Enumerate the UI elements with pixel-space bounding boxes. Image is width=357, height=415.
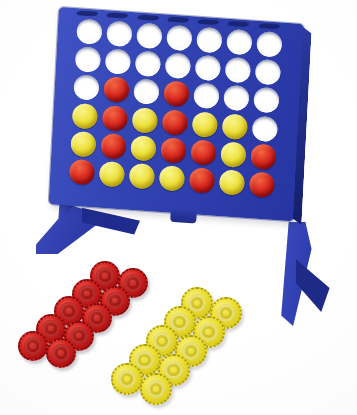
yellow-tray-disc[interactable] bbox=[111, 363, 143, 395]
board-cell-r2-c5-empty[interactable] bbox=[195, 55, 221, 82]
board-cell-r6-c5-red[interactable] bbox=[189, 168, 215, 195]
board-cell-r4-c7-empty[interactable] bbox=[252, 115, 278, 142]
board-cell-r6-c4-yellow[interactable] bbox=[159, 165, 185, 192]
board-cell-r5-c5-red[interactable] bbox=[190, 139, 216, 166]
yellow-tray-disc[interactable] bbox=[140, 373, 172, 405]
board-cell-r5-c2-red[interactable] bbox=[100, 133, 126, 160]
board-cell-r3-c5-empty[interactable] bbox=[193, 83, 219, 110]
board-cell-r1-c5-empty[interactable] bbox=[196, 26, 222, 53]
board-cell-r1-c3-empty[interactable] bbox=[136, 22, 162, 49]
red-disc-center bbox=[70, 327, 87, 344]
red-disc-center bbox=[60, 302, 77, 319]
board-cell-r3-c6-empty[interactable] bbox=[223, 85, 249, 112]
board-cell-r4-c5-yellow[interactable] bbox=[192, 111, 218, 138]
board-bottom-tab bbox=[170, 209, 197, 224]
board-cell-r1-c2-empty[interactable] bbox=[106, 20, 132, 47]
board-cell-r6-c7-red[interactable] bbox=[249, 172, 275, 199]
connect-four-board bbox=[49, 7, 304, 221]
board-cell-r1-c1-empty[interactable] bbox=[76, 18, 102, 45]
board-cell-r2-c4-empty[interactable] bbox=[165, 52, 191, 79]
board-grid bbox=[66, 16, 286, 200]
board-cell-r1-c7-empty[interactable] bbox=[257, 31, 283, 58]
board-cell-r5-c3-yellow[interactable] bbox=[130, 135, 156, 162]
board-cell-r4-c6-yellow[interactable] bbox=[222, 113, 248, 140]
board-cell-r3-c1-empty[interactable] bbox=[73, 74, 99, 101]
red-disc-center bbox=[52, 344, 69, 361]
yellow-disc-center bbox=[147, 380, 166, 399]
board-cell-r4-c1-yellow[interactable] bbox=[71, 103, 97, 130]
board-cell-r5-c4-red[interactable] bbox=[160, 137, 186, 164]
board-cell-r3-c2-red[interactable] bbox=[103, 76, 129, 103]
board-cell-r3-c3-empty[interactable] bbox=[133, 79, 159, 106]
board-cell-r3-c4-red[interactable] bbox=[163, 81, 189, 108]
connect-four-product-photo bbox=[0, 0, 357, 415]
board-cell-r6-c3-yellow[interactable] bbox=[129, 163, 155, 190]
board-cell-r6-c1-red[interactable] bbox=[68, 159, 94, 186]
red-tray-disc[interactable] bbox=[18, 331, 48, 361]
board-cell-r4-c2-red[interactable] bbox=[101, 105, 127, 132]
red-disc-center bbox=[106, 292, 123, 309]
red-disc-center bbox=[124, 274, 141, 291]
red-disc-center bbox=[88, 309, 105, 326]
board-cell-r1-c6-empty[interactable] bbox=[226, 28, 252, 55]
board-cell-r5-c1-yellow[interactable] bbox=[70, 131, 96, 158]
board-cell-r5-c6-yellow[interactable] bbox=[221, 141, 247, 168]
board-cell-r2-c6-empty[interactable] bbox=[225, 57, 251, 84]
board-cell-r2-c2-empty[interactable] bbox=[104, 48, 130, 75]
board-cell-r4-c3-yellow[interactable] bbox=[132, 107, 158, 134]
board-cell-r4-c4-red[interactable] bbox=[162, 109, 188, 136]
board-side-edge bbox=[292, 27, 311, 225]
red-disc-center bbox=[24, 337, 41, 354]
board-cell-r3-c7-empty[interactable] bbox=[254, 87, 280, 114]
board-cell-r2-c1-empty[interactable] bbox=[74, 46, 100, 73]
board-cell-r5-c7-red[interactable] bbox=[251, 143, 277, 170]
yellow-disc-center bbox=[118, 370, 137, 389]
board-cell-r2-c3-empty[interactable] bbox=[135, 50, 161, 77]
board-cell-r1-c4-empty[interactable] bbox=[166, 24, 192, 51]
board-cell-r6-c2-yellow[interactable] bbox=[98, 161, 124, 188]
red-disc-center bbox=[96, 267, 113, 284]
board-cell-r6-c6-yellow[interactable] bbox=[219, 170, 245, 197]
red-disc-center bbox=[78, 285, 95, 302]
red-disc-center bbox=[42, 320, 59, 337]
red-tray-disc[interactable] bbox=[46, 338, 76, 368]
board-cell-r2-c7-empty[interactable] bbox=[255, 59, 281, 86]
